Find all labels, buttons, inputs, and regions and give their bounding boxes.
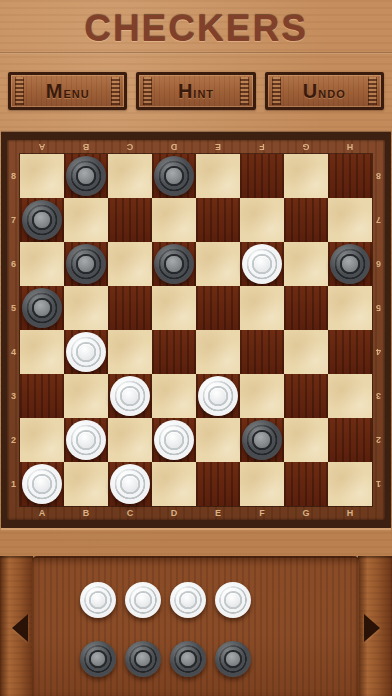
- captured-black-piece: [125, 641, 161, 677]
- file-label-b: B: [64, 140, 108, 154]
- white-piece-d2[interactable]: [154, 420, 194, 460]
- braid-ornament-icon: [368, 77, 377, 105]
- rank-label-5: 5: [7, 286, 20, 330]
- square-h4[interactable]: [328, 330, 372, 374]
- file-label-f: F: [240, 140, 284, 154]
- square-b8[interactable]: [64, 154, 108, 198]
- black-piece-d8[interactable]: [154, 156, 194, 196]
- rank-label-7: 7: [7, 198, 20, 242]
- rank-label-1: 1: [372, 462, 385, 506]
- rank-label-3: 3: [7, 374, 20, 418]
- board-ranks-right: 87654321: [372, 154, 385, 506]
- menu-button-label: Menu: [46, 80, 90, 103]
- square-e2: [196, 418, 240, 462]
- square-a2: [20, 418, 64, 462]
- file-label-e: E: [196, 506, 240, 520]
- captured-black-row: [80, 641, 251, 677]
- file-label-g: G: [284, 140, 328, 154]
- square-c8: [108, 154, 152, 198]
- file-label-d: D: [152, 506, 196, 520]
- hint-button-label: Hint: [178, 80, 214, 103]
- rank-label-4: 4: [372, 330, 385, 374]
- captured-pieces-tray: [0, 556, 392, 696]
- square-e6: [196, 242, 240, 286]
- braid-ornament-icon: [240, 77, 249, 105]
- square-d5: [152, 286, 196, 330]
- toolbar: Menu Hint Undo: [0, 72, 392, 112]
- square-b5: [64, 286, 108, 330]
- square-d7: [152, 198, 196, 242]
- hint-button[interactable]: Hint: [136, 72, 255, 110]
- header-divider: [0, 52, 392, 54]
- square-c1[interactable]: [108, 462, 152, 506]
- file-label-c: C: [108, 506, 152, 520]
- square-h2[interactable]: [328, 418, 372, 462]
- square-d6[interactable]: [152, 242, 196, 286]
- square-a4: [20, 330, 64, 374]
- square-h7: [328, 198, 372, 242]
- square-h1: [328, 462, 372, 506]
- board-ranks-left: 87654321: [7, 154, 20, 506]
- square-f2[interactable]: [240, 418, 284, 462]
- black-piece-h6[interactable]: [330, 244, 370, 284]
- square-f7: [240, 198, 284, 242]
- square-b6[interactable]: [64, 242, 108, 286]
- rank-label-8: 8: [7, 154, 20, 198]
- rank-label-5: 5: [372, 286, 385, 330]
- square-c2: [108, 418, 152, 462]
- next-arrow-icon[interactable]: [364, 614, 380, 642]
- rank-label-4: 4: [7, 330, 20, 374]
- square-f5: [240, 286, 284, 330]
- file-label-f: F: [240, 506, 284, 520]
- captured-white-piece: [125, 582, 161, 618]
- square-b7: [64, 198, 108, 242]
- white-piece-f6[interactable]: [242, 244, 282, 284]
- square-b4[interactable]: [64, 330, 108, 374]
- rank-label-8: 8: [372, 154, 385, 198]
- rank-label-2: 2: [372, 418, 385, 462]
- square-d2[interactable]: [152, 418, 196, 462]
- square-g8: [284, 154, 328, 198]
- file-label-a: A: [20, 506, 64, 520]
- black-piece-a5[interactable]: [22, 288, 62, 328]
- white-piece-c1[interactable]: [110, 464, 150, 504]
- black-piece-a7[interactable]: [22, 200, 62, 240]
- square-e8: [196, 154, 240, 198]
- square-f4[interactable]: [240, 330, 284, 374]
- square-g7[interactable]: [284, 198, 328, 242]
- prev-arrow-icon[interactable]: [12, 614, 28, 642]
- square-g2: [284, 418, 328, 462]
- square-g1[interactable]: [284, 462, 328, 506]
- square-e5[interactable]: [196, 286, 240, 330]
- square-e1[interactable]: [196, 462, 240, 506]
- captured-white-piece: [215, 582, 251, 618]
- braid-ornament-icon: [111, 77, 120, 105]
- square-f8[interactable]: [240, 154, 284, 198]
- white-piece-e3[interactable]: [198, 376, 238, 416]
- square-a7[interactable]: [20, 198, 64, 242]
- rank-label-2: 2: [7, 418, 20, 462]
- file-label-c: C: [108, 140, 152, 154]
- square-e3[interactable]: [196, 374, 240, 418]
- square-f1: [240, 462, 284, 506]
- app-title: CHECKERS: [0, 6, 392, 52]
- square-g3[interactable]: [284, 374, 328, 418]
- square-h5: [328, 286, 372, 330]
- rank-label-6: 6: [372, 242, 385, 286]
- black-piece-d6[interactable]: [154, 244, 194, 284]
- square-f6[interactable]: [240, 242, 284, 286]
- square-h8[interactable]: [328, 154, 372, 198]
- file-label-a: A: [20, 140, 64, 154]
- square-c6: [108, 242, 152, 286]
- file-label-e: E: [196, 140, 240, 154]
- square-g5[interactable]: [284, 286, 328, 330]
- square-c7[interactable]: [108, 198, 152, 242]
- rank-label-7: 7: [372, 198, 385, 242]
- captured-black-piece: [170, 641, 206, 677]
- square-a3[interactable]: [20, 374, 64, 418]
- braid-ornament-icon: [272, 77, 281, 105]
- rank-label-3: 3: [372, 374, 385, 418]
- board-files-bottom: ABCDEFGH: [20, 506, 372, 520]
- square-f3: [240, 374, 284, 418]
- square-d8[interactable]: [152, 154, 196, 198]
- file-label-g: G: [284, 506, 328, 520]
- captured-white-piece: [170, 582, 206, 618]
- square-g4: [284, 330, 328, 374]
- square-b2[interactable]: [64, 418, 108, 462]
- square-d3: [152, 374, 196, 418]
- square-a8: [20, 154, 64, 198]
- checkers-board: ABCDEFGH 87654321 87654321 ABCDEFGH: [1, 132, 391, 528]
- file-label-d: D: [152, 140, 196, 154]
- square-c5[interactable]: [108, 286, 152, 330]
- black-piece-b6[interactable]: [66, 244, 106, 284]
- square-e7[interactable]: [196, 198, 240, 242]
- square-b1: [64, 462, 108, 506]
- tray-panel: [32, 556, 359, 696]
- white-piece-a1[interactable]: [22, 464, 62, 504]
- black-piece-b8[interactable]: [66, 156, 106, 196]
- file-label-h: H: [328, 140, 372, 154]
- square-g6: [284, 242, 328, 286]
- black-piece-f2[interactable]: [242, 420, 282, 460]
- braid-ornament-icon: [143, 77, 152, 105]
- square-a5[interactable]: [20, 286, 64, 330]
- captured-white-piece: [80, 582, 116, 618]
- square-h3: [328, 374, 372, 418]
- square-h6[interactable]: [328, 242, 372, 286]
- square-d1: [152, 462, 196, 506]
- square-c3[interactable]: [108, 374, 152, 418]
- square-b3: [64, 374, 108, 418]
- board-grid: [20, 154, 372, 506]
- board-files-top: ABCDEFGH: [20, 140, 372, 154]
- menu-button[interactable]: Menu: [8, 72, 127, 110]
- undo-button[interactable]: Undo: [265, 72, 384, 110]
- white-piece-b2[interactable]: [66, 420, 106, 460]
- undo-button-label: Undo: [303, 80, 346, 103]
- rank-label-6: 6: [7, 242, 20, 286]
- white-piece-c3[interactable]: [110, 376, 150, 416]
- square-e4: [196, 330, 240, 374]
- checkers-app-screen: CHECKERS Menu Hint Undo ABCDEFGH 8765432…: [0, 0, 392, 696]
- captured-black-piece: [215, 641, 251, 677]
- captured-black-piece: [80, 641, 116, 677]
- captured-white-row: [80, 582, 251, 618]
- file-label-h: H: [328, 506, 372, 520]
- square-a6: [20, 242, 64, 286]
- rank-label-1: 1: [7, 462, 20, 506]
- file-label-b: B: [64, 506, 108, 520]
- braid-ornament-icon: [15, 77, 24, 105]
- square-d4[interactable]: [152, 330, 196, 374]
- white-piece-b4[interactable]: [66, 332, 106, 372]
- square-a1[interactable]: [20, 462, 64, 506]
- square-c4: [108, 330, 152, 374]
